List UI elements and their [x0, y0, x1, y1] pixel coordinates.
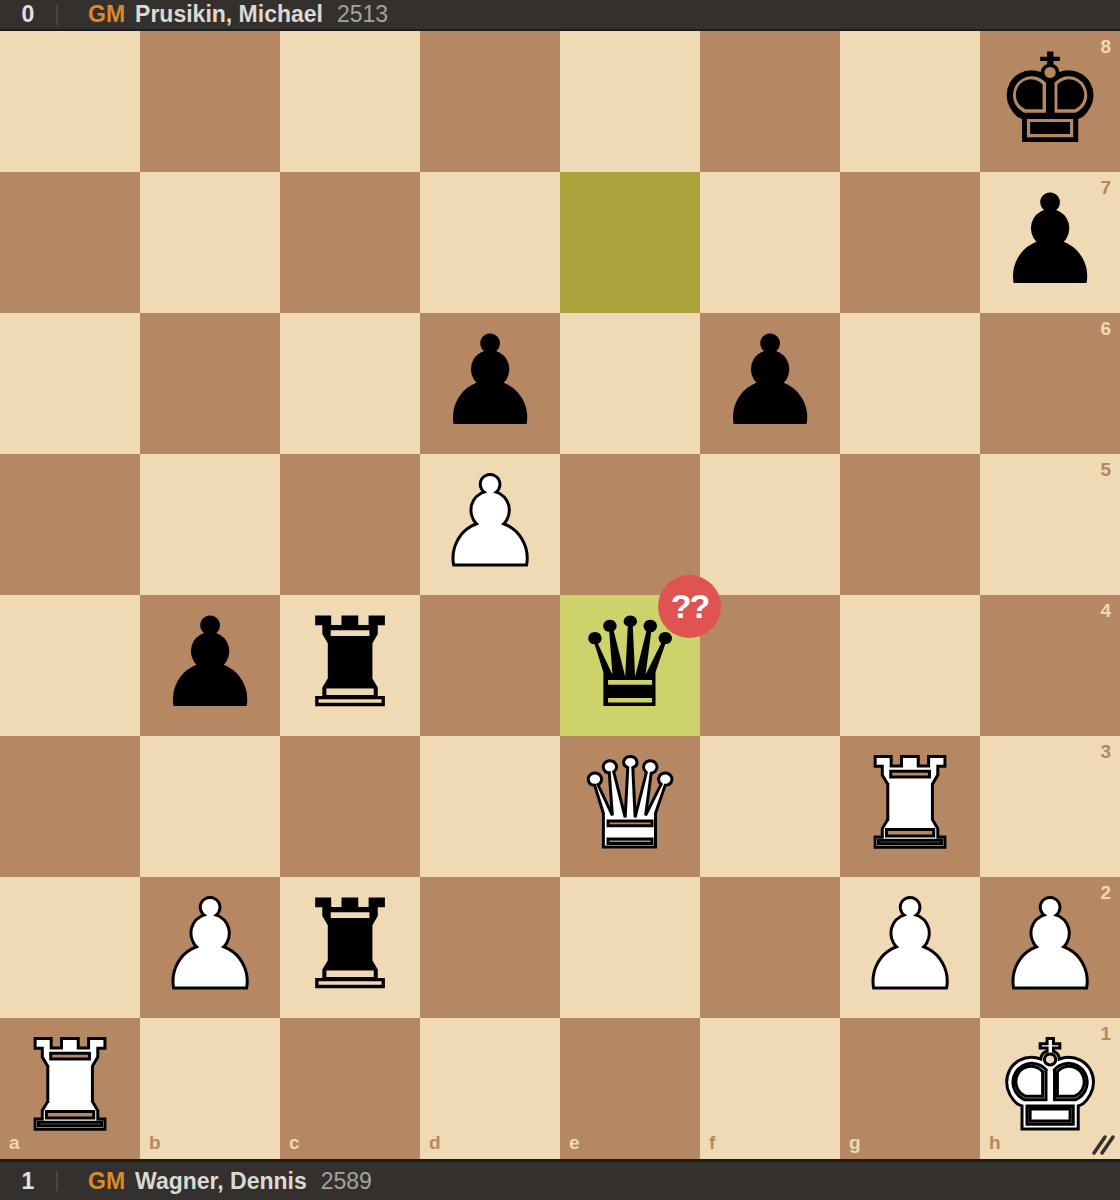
white-to-move-indicator [1091, 1132, 1117, 1156]
square-d7[interactable] [420, 172, 560, 313]
square-f4[interactable] [700, 595, 840, 736]
square-h8[interactable]: ♚8 [980, 31, 1120, 172]
white-pawn[interactable]: ♟ [434, 460, 545, 584]
square-g2[interactable]: ♟ [840, 877, 980, 1018]
square-e3[interactable]: ♛ [560, 736, 700, 877]
square-c2[interactable]: ♜ [280, 877, 420, 1018]
square-h5[interactable]: 5 [980, 454, 1120, 595]
square-g5[interactable] [840, 454, 980, 595]
top-player-score: 0 [0, 1, 56, 28]
file-label-b: b [149, 1132, 161, 1154]
top-player-name: Prusikin, Michael [135, 1, 323, 28]
file-label-e: e [569, 1132, 580, 1154]
square-h6[interactable]: 6 [980, 313, 1120, 454]
square-f3[interactable] [700, 736, 840, 877]
square-b3[interactable] [140, 736, 280, 877]
square-g6[interactable] [840, 313, 980, 454]
square-d8[interactable] [420, 31, 560, 172]
black-king[interactable]: ♚ [994, 37, 1105, 161]
square-a5[interactable] [0, 454, 140, 595]
white-rook[interactable]: ♜ [14, 1024, 125, 1148]
square-e8[interactable] [560, 31, 700, 172]
square-c4[interactable]: ♜ [280, 595, 420, 736]
black-pawn[interactable]: ♟ [154, 601, 265, 725]
square-g8[interactable] [840, 31, 980, 172]
square-b4[interactable]: ♟ [140, 595, 280, 736]
black-pawn[interactable]: ♟ [434, 319, 545, 443]
rank-label-5: 5 [1100, 459, 1111, 481]
bottom-player-rating: 2589 [321, 1168, 372, 1195]
square-d3[interactable] [420, 736, 560, 877]
square-d5[interactable]: ♟ [420, 454, 560, 595]
player-bar-top: 0 GM Prusikin, Michael 2513 [0, 0, 1120, 31]
top-player-title: GM [88, 1, 125, 28]
square-f1[interactable]: f [700, 1018, 840, 1159]
bottom-player-score: 1 [0, 1168, 56, 1195]
square-b6[interactable] [140, 313, 280, 454]
square-c7[interactable] [280, 172, 420, 313]
square-d1[interactable]: d [420, 1018, 560, 1159]
bottom-player-name: Wagner, Dennis [135, 1168, 307, 1195]
bottom-player-title: GM [88, 1168, 125, 1195]
white-pawn[interactable]: ♟ [154, 883, 265, 1007]
chess-game-view: 0 GM Prusikin, Michael 2513 ♚8♟7♟♟6♟5♟♜♛… [0, 0, 1120, 1200]
square-b1[interactable]: b [140, 1018, 280, 1159]
black-rook[interactable]: ♜ [294, 601, 405, 725]
square-c8[interactable] [280, 31, 420, 172]
rank-label-4: 4 [1100, 600, 1111, 622]
white-pawn[interactable]: ♟ [994, 883, 1105, 1007]
square-b5[interactable] [140, 454, 280, 595]
square-d4[interactable] [420, 595, 560, 736]
player-bar-bottom: 1 GM Wagner, Dennis 2589 [0, 1159, 1120, 1200]
file-label-c: c [289, 1132, 300, 1154]
square-h7[interactable]: ♟7 [980, 172, 1120, 313]
square-e1[interactable]: e [560, 1018, 700, 1159]
white-rook[interactable]: ♜ [854, 742, 965, 866]
square-f6[interactable]: ♟ [700, 313, 840, 454]
square-e7[interactable] [560, 172, 700, 313]
square-b2[interactable]: ♟ [140, 877, 280, 1018]
square-g3[interactable]: ♜ [840, 736, 980, 877]
square-a7[interactable] [0, 172, 140, 313]
square-c3[interactable] [280, 736, 420, 877]
blunder-badge: ?? [658, 575, 721, 638]
square-f2[interactable] [700, 877, 840, 1018]
black-rook[interactable]: ♜ [294, 883, 405, 1007]
square-a8[interactable] [0, 31, 140, 172]
square-f8[interactable] [700, 31, 840, 172]
square-a4[interactable] [0, 595, 140, 736]
square-e6[interactable] [560, 313, 700, 454]
square-c6[interactable] [280, 313, 420, 454]
square-h4[interactable]: 4 [980, 595, 1120, 736]
square-f5[interactable] [700, 454, 840, 595]
square-f7[interactable] [700, 172, 840, 313]
file-label-d: d [429, 1132, 441, 1154]
black-pawn[interactable]: ♟ [994, 178, 1105, 302]
top-player-rating: 2513 [337, 1, 388, 28]
white-pawn[interactable]: ♟ [854, 883, 965, 1007]
rank-label-3: 3 [1100, 741, 1111, 763]
black-pawn[interactable]: ♟ [714, 319, 825, 443]
square-h2[interactable]: ♟2 [980, 877, 1120, 1018]
bar-divider [56, 1171, 58, 1191]
square-a2[interactable] [0, 877, 140, 1018]
square-a1[interactable]: ♜a [0, 1018, 140, 1159]
white-king[interactable]: ♚ [994, 1024, 1105, 1148]
square-b8[interactable] [140, 31, 280, 172]
square-e5[interactable] [560, 454, 700, 595]
square-c1[interactable]: c [280, 1018, 420, 1159]
square-e2[interactable] [560, 877, 700, 1018]
rank-label-6: 6 [1100, 318, 1111, 340]
file-label-f: f [709, 1132, 715, 1154]
square-a3[interactable] [0, 736, 140, 877]
chess-board[interactable]: ♚8♟7♟♟6♟5♟♜♛??4♛♜3♟♜♟♟2♜abcdefg♚h1 [0, 31, 1120, 1159]
square-g7[interactable] [840, 172, 980, 313]
square-d6[interactable]: ♟ [420, 313, 560, 454]
bar-divider [56, 5, 58, 25]
square-a6[interactable] [0, 313, 140, 454]
square-c5[interactable] [280, 454, 420, 595]
square-b7[interactable] [140, 172, 280, 313]
square-h3[interactable]: 3 [980, 736, 1120, 877]
square-d2[interactable] [420, 877, 560, 1018]
square-e4[interactable]: ♛?? [560, 595, 700, 736]
file-label-g: g [849, 1132, 861, 1154]
square-g4[interactable] [840, 595, 980, 736]
square-g1[interactable]: g [840, 1018, 980, 1159]
white-queen[interactable]: ♛ [574, 742, 685, 866]
